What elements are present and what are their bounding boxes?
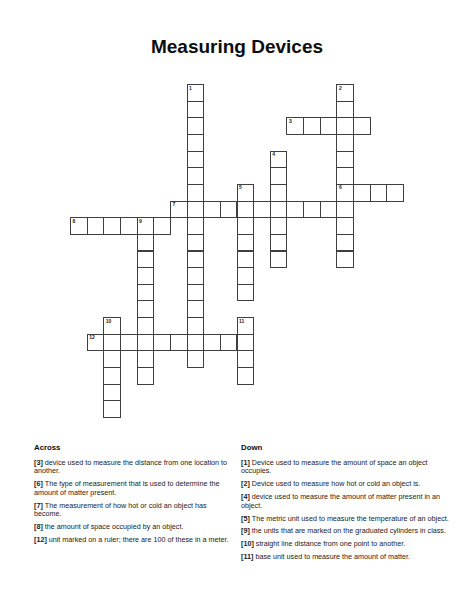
grid-cell[interactable]: 12: [87, 334, 105, 352]
cell-number: 4: [272, 152, 275, 157]
grid-cell[interactable]: 3: [286, 117, 304, 135]
grid-cell[interactable]: [320, 117, 338, 135]
clue-number: [6]: [34, 479, 45, 488]
cell-number: 12: [89, 335, 95, 340]
grid-cell[interactable]: [320, 201, 338, 219]
clue-number: [10]: [241, 539, 256, 548]
cell-number: 10: [106, 319, 112, 324]
clue-down-4: [4] device used to measure the amount of…: [241, 493, 452, 510]
grid-cell[interactable]: [187, 201, 205, 219]
grid-cell[interactable]: [187, 317, 205, 335]
grid-cell[interactable]: [187, 167, 205, 185]
down-clues-section: Down [1] Device used to measure the amou…: [241, 443, 452, 566]
clue-down-10: [10] straight line distance from one poi…: [241, 540, 452, 548]
clue-number: [1]: [241, 458, 252, 467]
grid-cell[interactable]: [353, 117, 371, 135]
clue-down-2: [2] Device used to measure how hot or co…: [241, 480, 452, 488]
grid-cell[interactable]: [386, 184, 404, 202]
grid-cell[interactable]: [336, 117, 354, 135]
grid-cell[interactable]: [370, 184, 388, 202]
clue-number: [9]: [241, 526, 252, 535]
grid-cell[interactable]: [237, 251, 255, 269]
grid-cell[interactable]: [187, 350, 205, 368]
grid-cell[interactable]: [170, 334, 188, 352]
grid-cell[interactable]: [137, 284, 155, 302]
clue-number: [3]: [34, 458, 45, 467]
grid-cell[interactable]: 4: [270, 151, 288, 169]
grid-cell[interactable]: [237, 350, 255, 368]
clue-across-6: [6] The type of measurement that is used…: [34, 480, 234, 497]
grid-cell[interactable]: [203, 334, 221, 352]
grid-cell[interactable]: [336, 234, 354, 252]
grid-cell[interactable]: [336, 217, 354, 235]
clue-down-5: [5] The metric unit used to measure the …: [241, 515, 452, 523]
grid-cell[interactable]: [187, 251, 205, 269]
grid-cell[interactable]: 5: [237, 184, 255, 202]
cell-number: 1: [189, 86, 192, 91]
grid-cell[interactable]: [336, 201, 354, 219]
clue-number: [7]: [34, 501, 45, 510]
clue-number: [12]: [34, 535, 49, 544]
grid-cell[interactable]: [187, 134, 205, 152]
across-clue-list: [3] device used to measure the distance …: [34, 459, 234, 544]
cell-number: 9: [139, 219, 142, 224]
clue-down-11: [11] base unit used to measure the amoun…: [241, 553, 452, 561]
grid-cell[interactable]: [187, 184, 205, 202]
grid-cell[interactable]: [137, 251, 155, 269]
grid-cell[interactable]: [237, 284, 255, 302]
grid-cell[interactable]: 6: [336, 184, 354, 202]
grid-cell[interactable]: [237, 234, 255, 252]
grid-cell[interactable]: 8: [70, 217, 88, 235]
cell-number: 5: [239, 185, 242, 190]
grid-cell[interactable]: 9: [137, 217, 155, 235]
grid-cell[interactable]: [220, 201, 238, 219]
grid-cell[interactable]: [220, 334, 238, 352]
grid-cell[interactable]: [120, 217, 138, 235]
grid-cell[interactable]: [237, 267, 255, 285]
grid-cell[interactable]: [153, 334, 171, 352]
cell-number: 8: [73, 219, 76, 224]
grid-cell[interactable]: [103, 400, 121, 418]
cell-number: 7: [172, 202, 175, 207]
cell-number: 2: [339, 86, 342, 91]
grid-cell[interactable]: [270, 184, 288, 202]
grid-cell[interactable]: [203, 201, 221, 219]
grid-cell[interactable]: [187, 234, 205, 252]
cell-number: 6: [339, 185, 342, 190]
clue-number: [5]: [241, 514, 252, 523]
grid-cell[interactable]: [120, 334, 138, 352]
grid-cell[interactable]: [103, 384, 121, 402]
grid-cell[interactable]: [137, 350, 155, 368]
grid-cell[interactable]: [153, 217, 171, 235]
grid-cell[interactable]: 1: [187, 84, 205, 102]
grid-cell[interactable]: [237, 334, 255, 352]
cell-number: 3: [289, 119, 292, 124]
grid-cell[interactable]: [137, 267, 155, 285]
grid-cell[interactable]: [270, 201, 288, 219]
clue-number: [8]: [34, 522, 45, 531]
grid-cell[interactable]: [253, 201, 271, 219]
clue-across-12: [12] unit marked on a ruler; there are 1…: [34, 536, 234, 544]
clue-number: [11]: [241, 552, 255, 561]
puzzle-page: Measuring Devices 123456789101112 Across…: [0, 0, 474, 613]
grid-cell[interactable]: [270, 251, 288, 269]
grid-cell[interactable]: [137, 300, 155, 318]
grid-cell[interactable]: 7: [170, 201, 188, 219]
grid-cell[interactable]: [237, 201, 255, 219]
clue-across-3: [3] device used to measure the distance …: [34, 459, 234, 476]
grid-cell[interactable]: [187, 284, 205, 302]
clue-number: [4]: [241, 492, 252, 501]
across-clues-section: Across [3] device used to measure the di…: [34, 443, 234, 549]
grid-cell[interactable]: [336, 101, 354, 119]
clue-number: [2]: [241, 479, 252, 488]
grid-cell[interactable]: [137, 317, 155, 335]
grid-cell[interactable]: [237, 367, 255, 385]
grid-cell[interactable]: [187, 217, 205, 235]
grid-cell[interactable]: [187, 151, 205, 169]
grid-cell[interactable]: 10: [103, 317, 121, 335]
grid-cell[interactable]: [187, 334, 205, 352]
grid-cell[interactable]: 11: [237, 317, 255, 335]
grid-cell[interactable]: [336, 151, 354, 169]
grid-cell[interactable]: [270, 217, 288, 235]
grid-cell[interactable]: [303, 117, 321, 135]
grid-cell[interactable]: [187, 267, 205, 285]
grid-cell[interactable]: [103, 350, 121, 368]
grid-cell[interactable]: [103, 217, 121, 235]
grid-cell[interactable]: [303, 201, 321, 219]
down-header: Down: [241, 443, 452, 452]
grid-cell[interactable]: [353, 184, 371, 202]
grid-cell[interactable]: [270, 234, 288, 252]
grid-cell[interactable]: [237, 217, 255, 235]
crossword-grid: 123456789101112: [70, 84, 406, 420]
grid-cell[interactable]: [103, 334, 121, 352]
grid-cell[interactable]: [103, 367, 121, 385]
grid-cell[interactable]: [187, 300, 205, 318]
grid-cell[interactable]: [137, 334, 155, 352]
down-clue-list: [1] Device used to measure the amount of…: [241, 459, 452, 562]
grid-cell[interactable]: [137, 234, 155, 252]
clue-down-1: [1] Device used to measure the amount of…: [241, 459, 452, 476]
page-title: Measuring Devices: [0, 36, 474, 58]
grid-cell[interactable]: [336, 251, 354, 269]
grid-cell[interactable]: [336, 134, 354, 152]
clue-down-9: [9] the units that are marked on the gra…: [241, 527, 452, 535]
grid-cell[interactable]: [137, 367, 155, 385]
grid-cell[interactable]: [87, 217, 105, 235]
clue-across-8: [8] the amount of space occupied by an o…: [34, 523, 234, 531]
grid-cell[interactable]: 2: [336, 84, 354, 102]
grid-cell[interactable]: [286, 201, 304, 219]
cell-number: 11: [239, 319, 244, 324]
grid-cell[interactable]: [336, 167, 354, 185]
clue-across-7: [7] The measurement of how hot or cold a…: [34, 502, 234, 519]
grid-cell[interactable]: [187, 101, 205, 119]
across-header: Across: [34, 443, 234, 452]
grid-cell[interactable]: [270, 167, 288, 185]
grid-cell[interactable]: [187, 117, 205, 135]
